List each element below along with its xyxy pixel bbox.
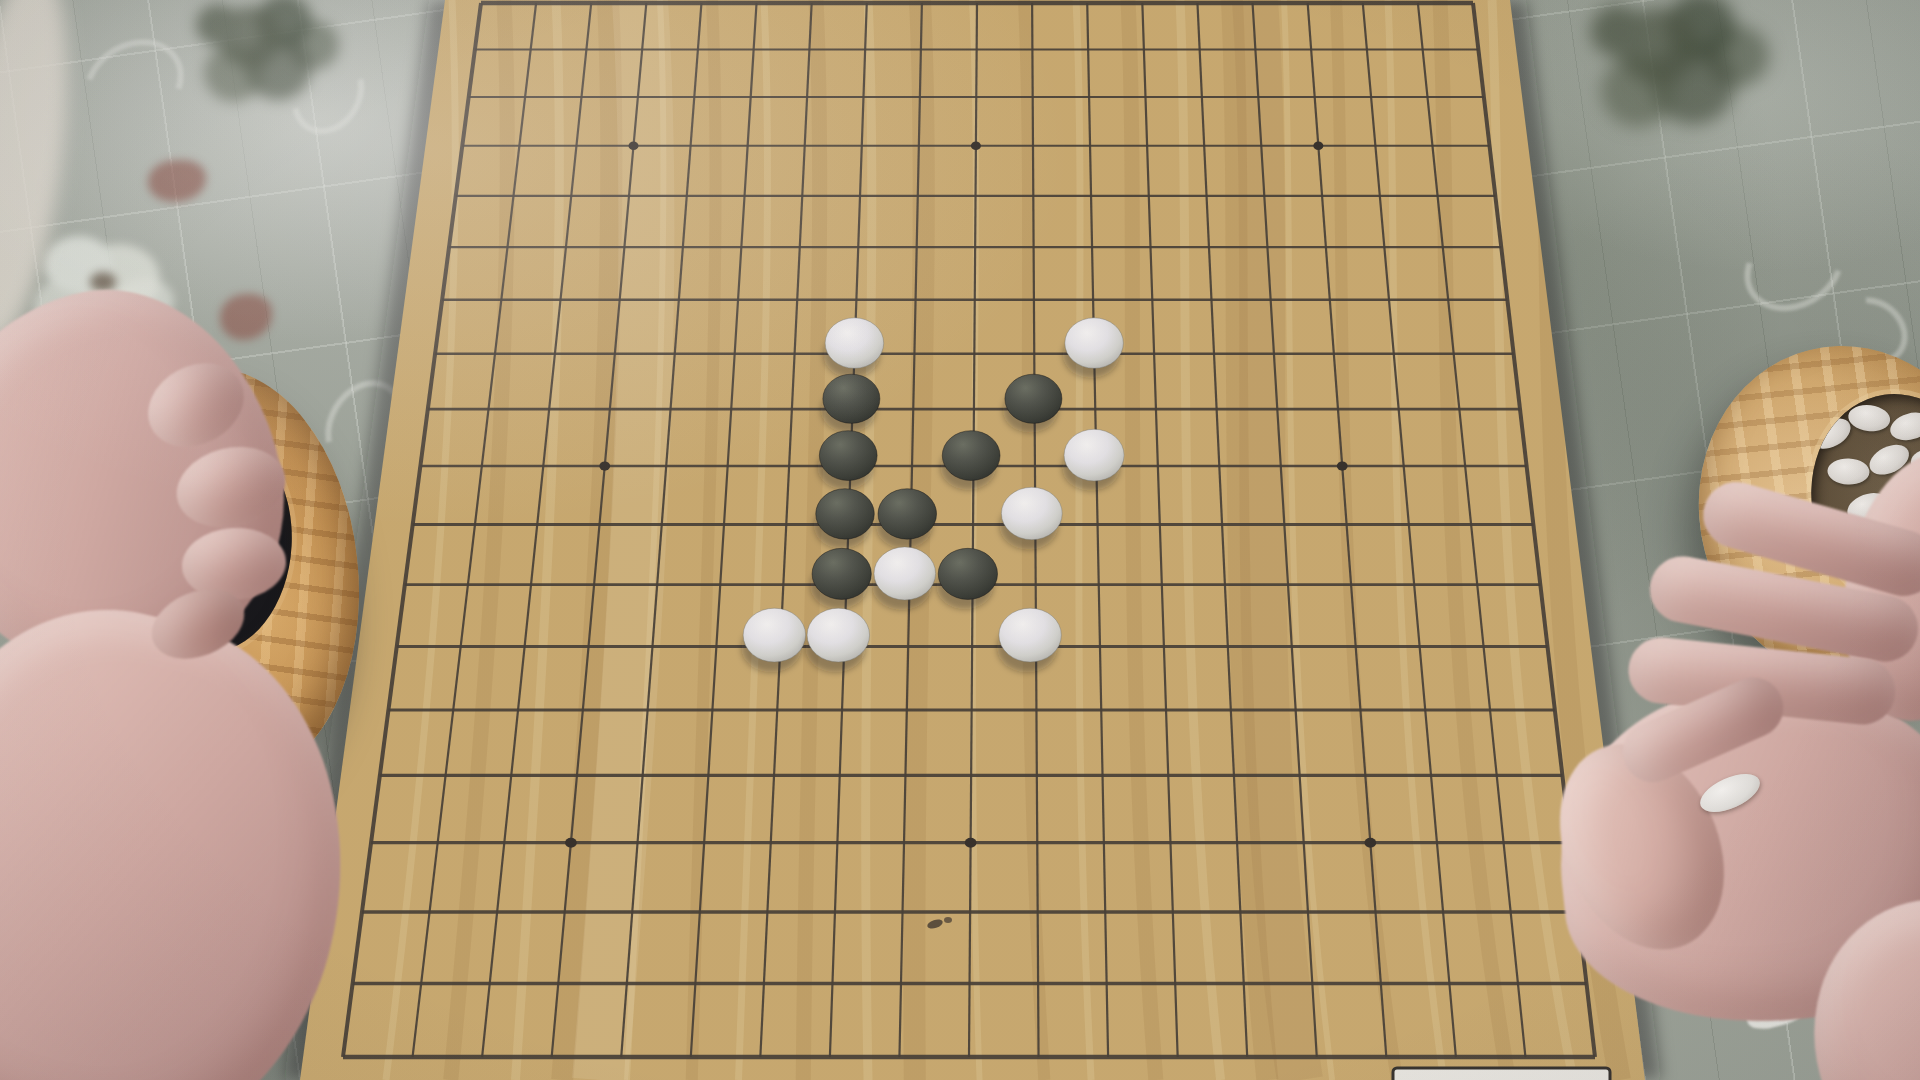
white-stone[interactable] — [1065, 318, 1124, 368]
black-stone[interactable] — [823, 374, 880, 423]
black-stone[interactable] — [878, 489, 937, 539]
white-stone[interactable] — [1064, 429, 1124, 481]
white-stone[interactable] — [999, 608, 1061, 662]
black-stone[interactable] — [938, 548, 997, 599]
white-stone[interactable] — [825, 318, 884, 368]
white-stone[interactable] — [743, 608, 805, 662]
white-stone[interactable] — [1001, 487, 1062, 539]
white-stone[interactable] — [807, 608, 869, 662]
black-stone[interactable] — [1005, 374, 1062, 423]
go-game-scene — [0, 0, 1920, 1080]
black-stone[interactable] — [942, 431, 1000, 481]
white-stone-in-bowl[interactable] — [1887, 408, 1920, 445]
black-stone[interactable] — [819, 431, 877, 481]
white-stone-in-bowl[interactable] — [1827, 458, 1870, 485]
black-stone[interactable] — [816, 489, 875, 539]
black-stone[interactable] — [812, 548, 871, 599]
white-stone[interactable] — [874, 547, 936, 600]
board-sticker — [1393, 1068, 1610, 1080]
white-stone-in-bowl[interactable] — [1847, 402, 1892, 433]
